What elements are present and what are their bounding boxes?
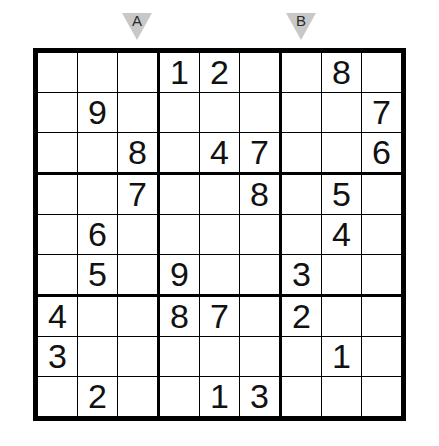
cell-r2c8[interactable] — [322, 93, 362, 133]
marker-a-label: A — [132, 13, 142, 29]
cell-r8c6[interactable] — [240, 337, 282, 377]
cell-r1c6[interactable] — [240, 53, 282, 93]
cell-r2c2[interactable]: 9 — [78, 93, 118, 133]
marker-a-triangle-icon: A — [122, 13, 152, 40]
cell-r6c4[interactable]: 9 — [160, 255, 200, 297]
cell-r4c5[interactable] — [200, 175, 240, 215]
cell-r9c6[interactable]: 3 — [240, 377, 282, 416]
cell-r8c2[interactable] — [78, 337, 118, 377]
cell-r4c1[interactable] — [38, 175, 78, 215]
cell-r3c4[interactable] — [160, 133, 200, 175]
sudoku-board: 12897847678564593487231213 — [33, 48, 406, 421]
cell-r7c8[interactable] — [322, 297, 362, 337]
cell-r2c1[interactable] — [38, 93, 78, 133]
cell-r1c1[interactable] — [38, 53, 78, 93]
marker-b-triangle-icon: B — [286, 13, 316, 40]
cell-r5c1[interactable] — [38, 215, 78, 255]
cell-r4c7[interactable] — [282, 175, 322, 215]
cell-r2c4[interactable] — [160, 93, 200, 133]
cell-r4c3[interactable]: 7 — [118, 175, 160, 215]
cell-r7c5[interactable]: 7 — [200, 297, 240, 337]
cell-r3c3[interactable]: 8 — [118, 133, 160, 175]
cell-r8c9[interactable] — [362, 337, 401, 377]
cell-r1c2[interactable] — [78, 53, 118, 93]
cell-r6c8[interactable] — [322, 255, 362, 297]
cell-r9c3[interactable] — [118, 377, 160, 416]
cell-r7c7[interactable]: 2 — [282, 297, 322, 337]
cell-r2c5[interactable] — [200, 93, 240, 133]
cell-r1c4[interactable]: 1 — [160, 53, 200, 93]
cell-r7c1[interactable]: 4 — [38, 297, 78, 337]
cell-r4c9[interactable] — [362, 175, 401, 215]
cell-r4c2[interactable] — [78, 175, 118, 215]
cell-r9c7[interactable] — [282, 377, 322, 416]
cell-r1c8[interactable]: 8 — [322, 53, 362, 93]
cell-r1c5[interactable]: 2 — [200, 53, 240, 93]
cell-r7c9[interactable] — [362, 297, 401, 337]
cell-r5c2[interactable]: 6 — [78, 215, 118, 255]
cell-r2c3[interactable] — [118, 93, 160, 133]
marker-b-label: B — [296, 13, 306, 29]
cell-r5c5[interactable] — [200, 215, 240, 255]
cell-r3c2[interactable] — [78, 133, 118, 175]
cell-r9c1[interactable] — [38, 377, 78, 416]
cell-r8c4[interactable] — [160, 337, 200, 377]
cell-r8c3[interactable] — [118, 337, 160, 377]
cell-r6c9[interactable] — [362, 255, 401, 297]
cell-r5c4[interactable] — [160, 215, 200, 255]
cell-r3c9[interactable]: 6 — [362, 133, 401, 175]
sudoku-diagram: A B 12897847678564593487231213 — [0, 0, 439, 446]
cell-r8c8[interactable]: 1 — [322, 337, 362, 377]
cell-r5c9[interactable] — [362, 215, 401, 255]
cell-r5c3[interactable] — [118, 215, 160, 255]
cell-r3c7[interactable] — [282, 133, 322, 175]
cell-r2c9[interactable]: 7 — [362, 93, 401, 133]
cell-r9c9[interactable] — [362, 377, 401, 416]
cell-r7c3[interactable] — [118, 297, 160, 337]
cell-r7c4[interactable]: 8 — [160, 297, 200, 337]
cell-r9c5[interactable]: 1 — [200, 377, 240, 416]
cell-r1c7[interactable] — [282, 53, 322, 93]
cell-r3c6[interactable]: 7 — [240, 133, 282, 175]
cell-r7c6[interactable] — [240, 297, 282, 337]
cell-r5c6[interactable] — [240, 215, 282, 255]
cell-r6c6[interactable] — [240, 255, 282, 297]
cell-r8c5[interactable] — [200, 337, 240, 377]
cell-r3c1[interactable] — [38, 133, 78, 175]
cell-r2c6[interactable] — [240, 93, 282, 133]
cell-r7c2[interactable] — [78, 297, 118, 337]
cell-r4c6[interactable]: 8 — [240, 175, 282, 215]
cell-r5c7[interactable] — [282, 215, 322, 255]
cell-r2c7[interactable] — [282, 93, 322, 133]
cell-r5c8[interactable]: 4 — [322, 215, 362, 255]
cell-r9c8[interactable] — [322, 377, 362, 416]
cell-r6c1[interactable] — [38, 255, 78, 297]
cell-r4c8[interactable]: 5 — [322, 175, 362, 215]
cell-r4c4[interactable] — [160, 175, 200, 215]
cell-r6c7[interactable]: 3 — [282, 255, 322, 297]
cell-r1c3[interactable] — [118, 53, 160, 93]
cell-r9c4[interactable] — [160, 377, 200, 416]
cell-r3c8[interactable] — [322, 133, 362, 175]
cell-r6c5[interactable] — [200, 255, 240, 297]
cell-r3c5[interactable]: 4 — [200, 133, 240, 175]
cell-r1c9[interactable] — [362, 53, 401, 93]
cell-r6c2[interactable]: 5 — [78, 255, 118, 297]
cell-r8c1[interactable]: 3 — [38, 337, 78, 377]
cell-r9c2[interactable]: 2 — [78, 377, 118, 416]
cell-r6c3[interactable] — [118, 255, 160, 297]
cell-r8c7[interactable] — [282, 337, 322, 377]
